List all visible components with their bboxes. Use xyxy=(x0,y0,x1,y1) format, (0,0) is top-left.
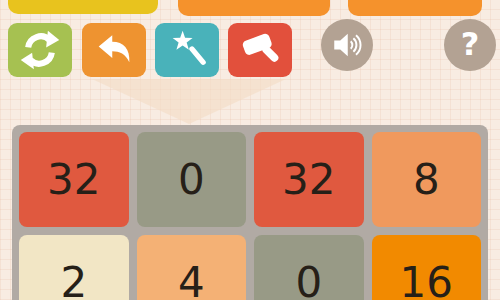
refresh-icon xyxy=(19,29,61,71)
tile-32: 32 xyxy=(19,132,129,227)
game-board[interactable]: 32032824016 xyxy=(12,125,488,300)
help-button[interactable]: ? xyxy=(444,19,496,71)
speaker-icon xyxy=(329,27,365,63)
top-right-button[interactable] xyxy=(348,0,482,16)
tile-32: 32 xyxy=(254,132,364,227)
undo-arrow-icon xyxy=(93,29,135,71)
hammer-icon xyxy=(239,29,281,71)
background-triangle-decoration xyxy=(92,79,286,124)
undo-button[interactable] xyxy=(82,23,146,77)
magic-wand-button[interactable] xyxy=(155,23,219,77)
tile-grid[interactable]: 32032824016 xyxy=(19,132,481,300)
magic-wand-icon xyxy=(166,29,208,71)
tile-0: 0 xyxy=(254,235,364,300)
tile-2: 2 xyxy=(19,235,129,300)
top-middle-button[interactable] xyxy=(178,0,330,16)
sound-button[interactable] xyxy=(321,19,373,71)
tile-16: 16 xyxy=(372,235,482,300)
tile-0: 0 xyxy=(137,132,247,227)
top-left-button[interactable] xyxy=(8,0,158,14)
tile-8: 8 xyxy=(372,132,482,227)
question-mark-icon: ? xyxy=(461,28,480,60)
hammer-button[interactable] xyxy=(228,23,292,77)
tile-4: 4 xyxy=(137,235,247,300)
restart-button[interactable] xyxy=(8,23,72,77)
